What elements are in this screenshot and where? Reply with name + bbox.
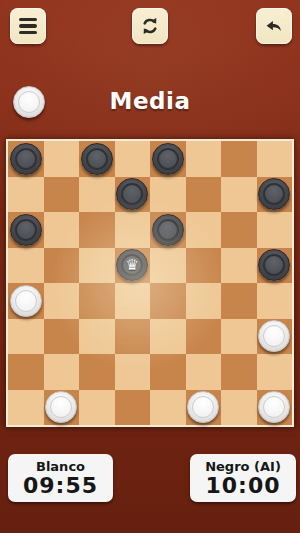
square-d2[interactable] — [115, 354, 151, 390]
white-turn-indicator-piece — [13, 86, 45, 118]
square-a7[interactable] — [8, 177, 44, 213]
square-g2[interactable] — [221, 354, 257, 390]
square-f6[interactable] — [186, 212, 222, 248]
black-man-e6[interactable] — [152, 214, 184, 246]
restart-button[interactable] — [132, 8, 168, 44]
undo-arrow-icon — [263, 15, 285, 37]
square-h3[interactable] — [257, 319, 293, 355]
square-c8[interactable] — [79, 141, 115, 177]
square-d1[interactable] — [115, 390, 151, 426]
black-clock-panel: Negro (AI) 10:00 — [190, 454, 296, 502]
white-man-f1[interactable] — [187, 391, 219, 423]
hamburger-icon — [19, 18, 37, 34]
square-e6[interactable] — [150, 212, 186, 248]
square-d5[interactable]: ♛ — [115, 248, 151, 284]
square-e4[interactable] — [150, 283, 186, 319]
square-e5[interactable] — [150, 248, 186, 284]
white-man-h1[interactable] — [258, 391, 290, 423]
difficulty-title: Media — [0, 86, 300, 116]
white-man-h3[interactable] — [258, 320, 290, 352]
square-a3[interactable] — [8, 319, 44, 355]
square-g4[interactable] — [221, 283, 257, 319]
white-clock-panel: Blanco 09:55 — [8, 454, 113, 502]
square-b4[interactable] — [44, 283, 80, 319]
square-d8[interactable] — [115, 141, 151, 177]
king-crown-icon: ♛ — [126, 258, 139, 273]
square-c5[interactable] — [79, 248, 115, 284]
square-c4[interactable] — [79, 283, 115, 319]
square-g3[interactable] — [221, 319, 257, 355]
square-h5[interactable] — [257, 248, 293, 284]
square-f8[interactable] — [186, 141, 222, 177]
square-g1[interactable] — [221, 390, 257, 426]
square-c3[interactable] — [79, 319, 115, 355]
square-c2[interactable] — [79, 354, 115, 390]
square-b8[interactable] — [44, 141, 80, 177]
square-a6[interactable] — [8, 212, 44, 248]
black-man-d7[interactable] — [116, 178, 148, 210]
square-d6[interactable] — [115, 212, 151, 248]
square-h2[interactable] — [257, 354, 293, 390]
square-h7[interactable] — [257, 177, 293, 213]
square-b7[interactable] — [44, 177, 80, 213]
square-f7[interactable] — [186, 177, 222, 213]
square-d3[interactable] — [115, 319, 151, 355]
black-clock-time: 10:00 — [205, 474, 280, 498]
square-f4[interactable] — [186, 283, 222, 319]
square-e7[interactable] — [150, 177, 186, 213]
black-man-c8[interactable] — [81, 143, 113, 175]
square-h1[interactable] — [257, 390, 293, 426]
square-d7[interactable] — [115, 177, 151, 213]
square-d4[interactable] — [115, 283, 151, 319]
square-c6[interactable] — [79, 212, 115, 248]
square-c7[interactable] — [79, 177, 115, 213]
black-clock-label: Negro (AI) — [205, 459, 281, 474]
square-f1[interactable] — [186, 390, 222, 426]
checkers-board: ♛ — [6, 139, 294, 427]
square-c1[interactable] — [79, 390, 115, 426]
square-f2[interactable] — [186, 354, 222, 390]
white-clock-time: 09:55 — [23, 474, 98, 498]
square-e3[interactable] — [150, 319, 186, 355]
white-man-b1[interactable] — [45, 391, 77, 423]
black-man-h7[interactable] — [258, 178, 290, 210]
square-f3[interactable] — [186, 319, 222, 355]
square-e8[interactable] — [150, 141, 186, 177]
refresh-icon — [139, 15, 161, 37]
black-man-e8[interactable] — [152, 143, 184, 175]
square-b6[interactable] — [44, 212, 80, 248]
board-grid: ♛ — [8, 141, 292, 425]
square-a5[interactable] — [8, 248, 44, 284]
black-man-h5[interactable] — [258, 249, 290, 281]
square-e1[interactable] — [150, 390, 186, 426]
square-g5[interactable] — [221, 248, 257, 284]
square-b1[interactable] — [44, 390, 80, 426]
square-g7[interactable] — [221, 177, 257, 213]
app-screen: Media ♛ Blanco 09:55 Negro (AI) 10:00 — [0, 0, 300, 533]
square-b5[interactable] — [44, 248, 80, 284]
square-g8[interactable] — [221, 141, 257, 177]
undo-button[interactable] — [256, 8, 292, 44]
square-f5[interactable] — [186, 248, 222, 284]
menu-button[interactable] — [10, 8, 46, 44]
white-clock-label: Blanco — [36, 459, 85, 474]
square-h8[interactable] — [257, 141, 293, 177]
square-a2[interactable] — [8, 354, 44, 390]
square-a1[interactable] — [8, 390, 44, 426]
square-g6[interactable] — [221, 212, 257, 248]
square-b3[interactable] — [44, 319, 80, 355]
square-a4[interactable] — [8, 283, 44, 319]
black-king-d5[interactable]: ♛ — [116, 249, 148, 281]
square-h4[interactable] — [257, 283, 293, 319]
square-a8[interactable] — [8, 141, 44, 177]
white-man-a4[interactable] — [10, 285, 42, 317]
black-man-a8[interactable] — [10, 143, 42, 175]
square-h6[interactable] — [257, 212, 293, 248]
title-bar: Media — [0, 86, 300, 116]
square-b2[interactable] — [44, 354, 80, 390]
black-man-a6[interactable] — [10, 214, 42, 246]
square-e2[interactable] — [150, 354, 186, 390]
